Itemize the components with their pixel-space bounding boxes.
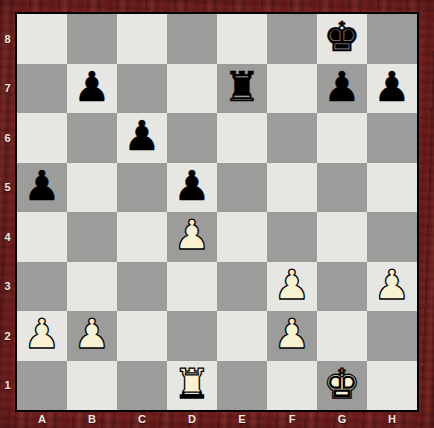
square-e2[interactable] (217, 311, 267, 361)
square-g3[interactable] (317, 262, 367, 312)
square-e8[interactable] (217, 14, 267, 64)
square-e3[interactable] (217, 262, 267, 312)
square-h8[interactable] (367, 14, 417, 64)
square-f5[interactable] (267, 163, 317, 213)
file-labels: A B C D E F G H (17, 410, 417, 428)
square-c8[interactable] (117, 14, 167, 64)
square-c5[interactable] (117, 163, 167, 213)
square-d1[interactable]: ♜ (167, 361, 217, 411)
square-b5[interactable] (67, 163, 117, 213)
square-e7[interactable]: ♜ (217, 64, 267, 114)
board: ♚♟♜♟♟♟♟♟♟♟♟♟♟♟♜♚ (15, 12, 419, 412)
square-e1[interactable] (217, 361, 267, 411)
square-h1[interactable] (367, 361, 417, 411)
square-f6[interactable] (267, 113, 317, 163)
white-pawn-d4[interactable]: ♟ (174, 215, 211, 256)
square-d8[interactable] (167, 14, 217, 64)
white-pawn-f3[interactable]: ♟ (274, 265, 311, 306)
square-g1[interactable]: ♚ (317, 361, 367, 411)
file-label-h: H (367, 410, 417, 428)
white-king-g1[interactable]: ♚ (324, 364, 361, 405)
square-a3[interactable] (17, 262, 67, 312)
file-label-d: D (167, 410, 217, 428)
square-f3[interactable]: ♟ (267, 262, 317, 312)
square-g4[interactable] (317, 212, 367, 262)
square-a6[interactable] (17, 113, 67, 163)
square-d3[interactable] (167, 262, 217, 312)
square-e5[interactable] (217, 163, 267, 213)
square-f2[interactable]: ♟ (267, 311, 317, 361)
square-h6[interactable] (367, 113, 417, 163)
rank-label-2: 2 (0, 311, 15, 361)
black-pawn-d5[interactable]: ♟ (174, 166, 211, 207)
black-pawn-b7[interactable]: ♟ (74, 67, 111, 108)
square-f1[interactable] (267, 361, 317, 411)
square-g8[interactable]: ♚ (317, 14, 367, 64)
file-label-g: G (317, 410, 367, 428)
black-pawn-c6[interactable]: ♟ (124, 116, 161, 157)
square-d4[interactable]: ♟ (167, 212, 217, 262)
square-b6[interactable] (67, 113, 117, 163)
square-c3[interactable] (117, 262, 167, 312)
rank-label-6: 6 (0, 113, 15, 163)
file-label-b: B (67, 410, 117, 428)
square-b4[interactable] (67, 212, 117, 262)
square-b8[interactable] (67, 14, 117, 64)
white-pawn-a2[interactable]: ♟ (24, 314, 61, 355)
square-g2[interactable] (317, 311, 367, 361)
square-c6[interactable]: ♟ (117, 113, 167, 163)
rank-label-1: 1 (0, 361, 15, 411)
square-b1[interactable] (67, 361, 117, 411)
square-f4[interactable] (267, 212, 317, 262)
rank-labels: 8 7 6 5 4 3 2 1 (0, 14, 15, 410)
file-label-c: C (117, 410, 167, 428)
square-e4[interactable] (217, 212, 267, 262)
square-c1[interactable] (117, 361, 167, 411)
square-b2[interactable]: ♟ (67, 311, 117, 361)
square-f7[interactable] (267, 64, 317, 114)
file-label-a: A (17, 410, 67, 428)
square-c7[interactable] (117, 64, 167, 114)
black-pawn-g7[interactable]: ♟ (324, 67, 361, 108)
square-d6[interactable] (167, 113, 217, 163)
square-f8[interactable] (267, 14, 317, 64)
square-g7[interactable]: ♟ (317, 64, 367, 114)
square-a2[interactable]: ♟ (17, 311, 67, 361)
rank-label-8: 8 (0, 14, 15, 64)
rank-label-7: 7 (0, 64, 15, 114)
square-d2[interactable] (167, 311, 217, 361)
black-rook-e7[interactable]: ♜ (224, 67, 261, 108)
square-h2[interactable] (367, 311, 417, 361)
square-a4[interactable] (17, 212, 67, 262)
square-b7[interactable]: ♟ (67, 64, 117, 114)
black-pawn-h7[interactable]: ♟ (374, 67, 411, 108)
square-b3[interactable] (67, 262, 117, 312)
square-g5[interactable] (317, 163, 367, 213)
square-g6[interactable] (317, 113, 367, 163)
black-king-g8[interactable]: ♚ (324, 17, 361, 58)
square-a1[interactable] (17, 361, 67, 411)
square-d7[interactable] (167, 64, 217, 114)
square-d5[interactable]: ♟ (167, 163, 217, 213)
rank-label-4: 4 (0, 212, 15, 262)
file-label-e: E (217, 410, 267, 428)
square-h3[interactable]: ♟ (367, 262, 417, 312)
chessboard-frame: 8 7 6 5 4 3 2 1 ♚♟♜♟♟♟♟♟♟♟♟♟♟♟♜♚ A B C D… (0, 0, 434, 428)
square-c2[interactable] (117, 311, 167, 361)
square-c4[interactable] (117, 212, 167, 262)
square-a7[interactable] (17, 64, 67, 114)
rank-label-3: 3 (0, 262, 15, 312)
square-a8[interactable] (17, 14, 67, 64)
white-pawn-f2[interactable]: ♟ (274, 314, 311, 355)
square-h7[interactable]: ♟ (367, 64, 417, 114)
black-pawn-a5[interactable]: ♟ (24, 166, 61, 207)
square-e6[interactable] (217, 113, 267, 163)
white-pawn-h3[interactable]: ♟ (374, 265, 411, 306)
file-label-f: F (267, 410, 317, 428)
white-pawn-b2[interactable]: ♟ (74, 314, 111, 355)
square-h5[interactable] (367, 163, 417, 213)
square-h4[interactable] (367, 212, 417, 262)
white-rook-d1[interactable]: ♜ (174, 364, 211, 405)
rank-label-5: 5 (0, 163, 15, 213)
square-a5[interactable]: ♟ (17, 163, 67, 213)
